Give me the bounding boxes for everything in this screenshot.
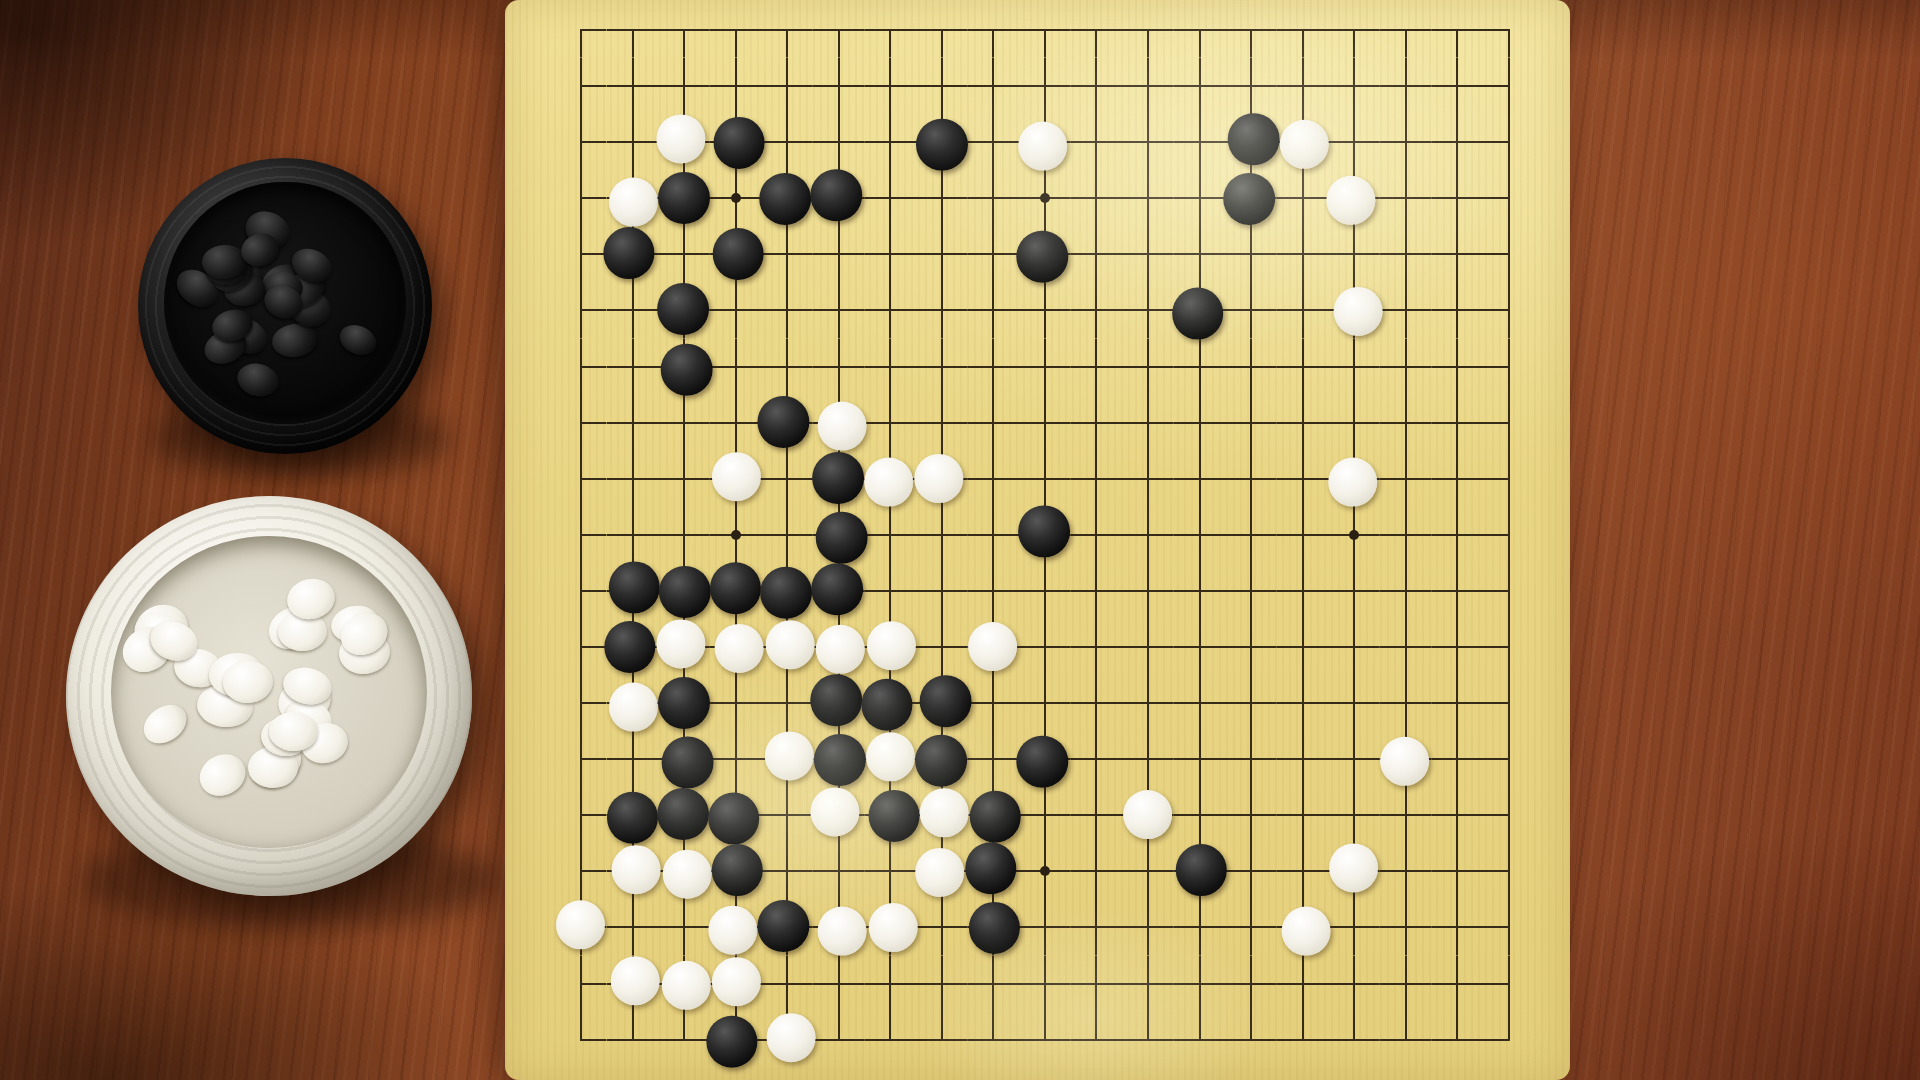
intersection-12-15 (1122, 787, 1174, 843)
intersection-19-19 (1483, 1012, 1535, 1068)
intersection-17-17 (1380, 899, 1432, 955)
intersection-3-19 (658, 1012, 710, 1068)
black-stone (1016, 231, 1068, 283)
intersection-12-14 (1122, 731, 1174, 787)
intersection-19-11 (1483, 563, 1535, 619)
white-stone (662, 850, 711, 899)
black-stone (662, 737, 714, 789)
white-stone (1280, 119, 1329, 168)
intersection-10-13 (1019, 675, 1071, 731)
black-stone (761, 567, 813, 619)
intersection-13-13 (1174, 675, 1226, 731)
intersection-8-19 (916, 1012, 968, 1068)
intersection-15-10 (1277, 507, 1329, 563)
intersection-19-14 (1483, 731, 1535, 787)
intersection-2-11 (607, 563, 659, 619)
intersection-9-17 (968, 899, 1020, 955)
intersection-8-1 (916, 2, 968, 58)
white-stone (715, 623, 764, 672)
intersection-11-17 (1071, 899, 1123, 955)
black-stone (812, 452, 864, 504)
intersection-5-12 (761, 619, 813, 675)
intersection-6-6 (813, 282, 865, 338)
intersection-12-8 (1122, 395, 1174, 451)
black-stone (659, 566, 711, 618)
white-stone (612, 845, 661, 894)
intersection-2-3 (607, 114, 659, 170)
intersection-13-14 (1174, 731, 1226, 787)
intersection-4-9 (710, 451, 762, 507)
intersection-3-9 (658, 451, 710, 507)
photo-scene (0, 0, 1920, 1080)
white-stone (1329, 843, 1378, 892)
intersection-12-2 (1122, 58, 1174, 114)
intersection-5-2 (761, 58, 813, 114)
intersection-10-18 (1019, 956, 1071, 1012)
intersection-19-8 (1483, 395, 1535, 451)
black-stone (811, 563, 863, 615)
black-stone-in-bowl (335, 320, 381, 361)
intersection-9-13 (968, 675, 1020, 731)
intersection-12-11 (1122, 563, 1174, 619)
intersection-5-11 (761, 563, 813, 619)
intersection-4-10 (710, 507, 762, 563)
intersection-4-7 (710, 339, 762, 395)
black-stone (712, 844, 764, 896)
white-stone-in-bowl (137, 697, 194, 751)
intersection-13-3 (1174, 114, 1226, 170)
intersection-17-4 (1380, 170, 1432, 226)
intersection-15-13 (1277, 675, 1329, 731)
intersection-1-13 (555, 675, 607, 731)
intersection-16-11 (1328, 563, 1380, 619)
intersection-9-19 (968, 1012, 1020, 1068)
intersection-1-17 (555, 899, 607, 955)
intersection-13-2 (1174, 58, 1226, 114)
intersection-16-3 (1328, 114, 1380, 170)
intersection-8-11 (916, 563, 968, 619)
black-stone (604, 621, 656, 673)
intersection-15-6 (1277, 282, 1329, 338)
intersection-1-2 (555, 58, 607, 114)
black-stone (810, 170, 862, 222)
intersection-9-8 (968, 395, 1020, 451)
intersection-10-4 (1019, 170, 1071, 226)
intersection-4-1 (710, 2, 762, 58)
intersection-6-11 (813, 563, 865, 619)
intersection-9-10 (968, 507, 1020, 563)
intersection-5-14 (761, 731, 813, 787)
intersection-12-5 (1122, 226, 1174, 282)
intersection-19-17 (1483, 899, 1535, 955)
intersection-1-8 (555, 395, 607, 451)
intersection-18-1 (1432, 2, 1484, 58)
intersection-5-8 (761, 395, 813, 451)
intersection-19-7 (1483, 339, 1535, 395)
intersection-19-12 (1483, 619, 1535, 675)
intersection-13-10 (1174, 507, 1226, 563)
intersection-10-14 (1019, 731, 1071, 787)
intersection-11-19 (1071, 1012, 1123, 1068)
intersection-10-15 (1019, 787, 1071, 843)
intersection-6-5 (813, 226, 865, 282)
intersection-5-17 (761, 899, 813, 955)
intersection-10-2 (1019, 58, 1071, 114)
intersection-9-14 (968, 731, 1020, 787)
intersection-6-9 (813, 451, 865, 507)
white-stone (920, 788, 969, 837)
intersection-12-4 (1122, 170, 1174, 226)
intersection-15-5 (1277, 226, 1329, 282)
intersection-11-6 (1071, 282, 1123, 338)
intersection-5-9 (761, 451, 813, 507)
intersection-12-12 (1122, 619, 1174, 675)
intersection-11-10 (1071, 507, 1123, 563)
intersection-1-15 (555, 787, 607, 843)
intersection-1-6 (555, 282, 607, 338)
white-stone (866, 732, 915, 781)
intersection-14-12 (1225, 619, 1277, 675)
black-stone (658, 172, 710, 224)
intersection-1-4 (555, 170, 607, 226)
intersection-3-6 (658, 282, 710, 338)
intersection-10-17 (1019, 899, 1071, 955)
intersection-18-18 (1432, 956, 1484, 1012)
intersection-17-7 (1380, 339, 1432, 395)
intersection-18-7 (1432, 339, 1484, 395)
intersection-10-19 (1019, 1012, 1071, 1068)
white-stone (816, 624, 865, 673)
intersection-4-11 (710, 563, 762, 619)
intersection-8-14 (916, 731, 968, 787)
intersection-14-8 (1225, 395, 1277, 451)
black-stone (713, 117, 765, 169)
intersection-7-14 (865, 731, 917, 787)
intersection-6-18 (813, 956, 865, 1012)
intersection-8-4 (916, 170, 968, 226)
black-stone (658, 677, 710, 729)
intersection-7-1 (865, 2, 917, 58)
intersection-17-6 (1380, 282, 1432, 338)
intersection-3-5 (658, 226, 710, 282)
black-stone (814, 734, 866, 786)
intersection-14-19 (1225, 1012, 1277, 1068)
intersection-1-5 (555, 226, 607, 282)
intersection-17-8 (1380, 395, 1432, 451)
intersection-16-13 (1328, 675, 1380, 731)
intersection-17-13 (1380, 675, 1432, 731)
intersection-19-15 (1483, 787, 1535, 843)
intersection-10-10 (1019, 507, 1071, 563)
intersection-19-18 (1483, 956, 1535, 1012)
black-stone (1018, 505, 1070, 557)
intersection-4-13 (710, 675, 762, 731)
intersection-2-13 (607, 675, 659, 731)
intersection-17-18 (1380, 956, 1432, 1012)
black-stone (916, 119, 968, 171)
intersection-19-6 (1483, 282, 1535, 338)
white-stone (968, 622, 1017, 671)
intersection-7-19 (865, 1012, 917, 1068)
white-stone (915, 454, 964, 503)
intersection-13-18 (1174, 956, 1226, 1012)
intersection-16-15 (1328, 787, 1380, 843)
intersection-7-12 (865, 619, 917, 675)
intersection-5-18 (761, 956, 813, 1012)
white-stone (811, 787, 860, 836)
intersection-8-17 (916, 899, 968, 955)
intersection-6-4 (813, 170, 865, 226)
intersection-2-8 (607, 395, 659, 451)
black-stone-in-bowl (270, 321, 320, 361)
intersection-7-10 (865, 507, 917, 563)
intersection-14-13 (1225, 675, 1277, 731)
intersection-6-14 (813, 731, 865, 787)
intersection-4-4 (710, 170, 762, 226)
intersection-6-1 (813, 2, 865, 58)
white-stone (868, 903, 917, 952)
intersection-6-3 (813, 114, 865, 170)
white-stone (609, 177, 658, 226)
intersection-6-13 (813, 675, 865, 731)
intersection-5-10 (761, 507, 813, 563)
intersection-4-3 (710, 114, 762, 170)
intersection-11-8 (1071, 395, 1123, 451)
intersection-12-1 (1122, 2, 1174, 58)
intersection-3-1 (658, 2, 710, 58)
white-stone (1019, 121, 1068, 170)
intersection-11-5 (1071, 226, 1123, 282)
intersection-15-1 (1277, 2, 1329, 58)
intersection-12-3 (1122, 114, 1174, 170)
intersection-4-19 (710, 1012, 762, 1068)
intersection-1-3 (555, 114, 607, 170)
intersection-12-18 (1122, 956, 1174, 1012)
intersection-9-4 (968, 170, 1020, 226)
black-stone (1176, 844, 1228, 896)
intersection-3-8 (658, 395, 710, 451)
black-stone (1224, 173, 1276, 225)
intersection-7-16 (865, 843, 917, 899)
intersection-19-13 (1483, 675, 1535, 731)
intersection-14-14 (1225, 731, 1277, 787)
intersection-19-1 (1483, 2, 1535, 58)
intersection-9-12 (968, 619, 1020, 675)
white-bowl-opening (111, 536, 428, 848)
intersection-17-15 (1380, 787, 1432, 843)
intersection-11-13 (1071, 675, 1123, 731)
intersection-15-11 (1277, 563, 1329, 619)
intersection-11-1 (1071, 2, 1123, 58)
intersection-4-8 (710, 395, 762, 451)
intersection-1-12 (555, 619, 607, 675)
intersection-4-6 (710, 282, 762, 338)
intersection-17-19 (1380, 1012, 1432, 1068)
intersection-18-2 (1432, 58, 1484, 114)
intersection-8-7 (916, 339, 968, 395)
intersection-8-2 (916, 58, 968, 114)
intersection-4-16 (710, 843, 762, 899)
intersection-3-17 (658, 899, 710, 955)
intersection-17-12 (1380, 619, 1432, 675)
intersection-10-9 (1019, 451, 1071, 507)
intersection-11-2 (1071, 58, 1123, 114)
intersection-9-15 (968, 787, 1020, 843)
intersection-19-16 (1483, 843, 1535, 899)
intersection-4-14 (710, 731, 762, 787)
intersection-19-3 (1483, 114, 1535, 170)
intersection-17-10 (1380, 507, 1432, 563)
intersection-10-11 (1019, 563, 1071, 619)
intersection-18-6 (1432, 282, 1484, 338)
white-stone (712, 957, 761, 1006)
intersection-2-10 (607, 507, 659, 563)
intersection-11-3 (1071, 114, 1123, 170)
white-stone (1282, 907, 1331, 956)
intersection-18-3 (1432, 114, 1484, 170)
intersection-13-7 (1174, 339, 1226, 395)
intersection-5-3 (761, 114, 813, 170)
intersection-16-6 (1328, 282, 1380, 338)
white-stone (609, 682, 658, 731)
black-stone (920, 675, 972, 727)
intersection-7-8 (865, 395, 917, 451)
intersection-14-18 (1225, 956, 1277, 1012)
white-stone (1123, 790, 1172, 839)
intersection-12-7 (1122, 339, 1174, 395)
intersection-9-1 (968, 2, 1020, 58)
intersection-15-8 (1277, 395, 1329, 451)
intersection-18-8 (1432, 395, 1484, 451)
intersection-4-5 (710, 226, 762, 282)
intersection-6-16 (813, 843, 865, 899)
intersection-11-11 (1071, 563, 1123, 619)
intersection-8-3 (916, 114, 968, 170)
intersection-3-3 (658, 114, 710, 170)
intersection-2-17 (607, 899, 659, 955)
white-stone (656, 114, 705, 163)
intersection-2-15 (607, 787, 659, 843)
intersection-9-18 (968, 956, 1020, 1012)
intersection-1-1 (555, 2, 607, 58)
intersection-3-11 (658, 563, 710, 619)
intersection-9-5 (968, 226, 1020, 282)
intersection-7-3 (865, 114, 917, 170)
intersection-8-16 (916, 843, 968, 899)
intersection-2-7 (607, 339, 659, 395)
intersection-1-11 (555, 563, 607, 619)
intersection-2-4 (607, 170, 659, 226)
white-stone (656, 619, 705, 668)
intersection-15-15 (1277, 787, 1329, 843)
intersection-9-3 (968, 114, 1020, 170)
intersection-16-4 (1328, 170, 1380, 226)
intersection-8-6 (916, 282, 968, 338)
intersection-16-1 (1328, 2, 1380, 58)
intersection-15-3 (1277, 114, 1329, 170)
intersection-14-9 (1225, 451, 1277, 507)
intersection-16-8 (1328, 395, 1380, 451)
intersection-6-8 (813, 395, 865, 451)
intersection-3-2 (658, 58, 710, 114)
intersection-2-14 (607, 731, 659, 787)
intersection-7-15 (865, 787, 917, 843)
intersection-5-13 (761, 675, 813, 731)
intersection-15-7 (1277, 339, 1329, 395)
intersection-9-11 (968, 563, 1020, 619)
intersection-6-17 (813, 899, 865, 955)
intersection-3-14 (658, 731, 710, 787)
intersection-10-1 (1019, 2, 1071, 58)
intersection-4-15 (710, 787, 762, 843)
intersection-18-19 (1432, 1012, 1484, 1068)
black-stone (868, 790, 920, 842)
intersection-17-9 (1380, 451, 1432, 507)
white-stone (708, 906, 757, 955)
intersection-18-9 (1432, 451, 1484, 507)
intersection-1-16 (555, 843, 607, 899)
intersection-7-2 (865, 58, 917, 114)
intersection-1-10 (555, 507, 607, 563)
intersection-14-16 (1225, 843, 1277, 899)
intersection-2-1 (607, 2, 659, 58)
black-stone (758, 396, 810, 448)
intersection-7-17 (865, 899, 917, 955)
intersection-13-8 (1174, 395, 1226, 451)
intersection-5-1 (761, 2, 813, 58)
intersection-1-19 (555, 1012, 607, 1068)
white-stone (1326, 176, 1375, 225)
intersection-13-17 (1174, 899, 1226, 955)
intersection-12-17 (1122, 899, 1174, 955)
intersection-11-16 (1071, 843, 1123, 899)
intersection-2-12 (607, 619, 659, 675)
intersection-3-15 (658, 787, 710, 843)
intersection-3-7 (658, 339, 710, 395)
black-stone (710, 562, 762, 614)
intersection-13-11 (1174, 563, 1226, 619)
intersection-16-10 (1328, 507, 1380, 563)
intersection-13-16 (1174, 843, 1226, 899)
intersection-7-6 (865, 282, 917, 338)
intersection-18-12 (1432, 619, 1484, 675)
white-stone (916, 848, 965, 897)
white-stone (764, 731, 813, 780)
intersection-1-7 (555, 339, 607, 395)
black-stone (603, 227, 655, 279)
intersection-12-13 (1122, 675, 1174, 731)
intersection-2-18 (607, 956, 659, 1012)
intersection-14-11 (1225, 563, 1277, 619)
white-stone (818, 907, 867, 956)
intersection-2-16 (607, 843, 659, 899)
intersection-5-6 (761, 282, 813, 338)
intersection-6-12 (813, 619, 865, 675)
intersection-9-7 (968, 339, 1020, 395)
intersection-5-4 (761, 170, 813, 226)
intersection-8-8 (916, 395, 968, 451)
intersection-2-6 (607, 282, 659, 338)
black-stone (760, 173, 812, 225)
intersection-14-4 (1225, 170, 1277, 226)
intersection-16-2 (1328, 58, 1380, 114)
intersection-15-12 (1277, 619, 1329, 675)
intersection-7-11 (865, 563, 917, 619)
intersection-18-10 (1432, 507, 1484, 563)
white-stone-bowl (66, 496, 472, 896)
intersection-9-16 (968, 843, 1020, 899)
intersection-18-13 (1432, 675, 1484, 731)
